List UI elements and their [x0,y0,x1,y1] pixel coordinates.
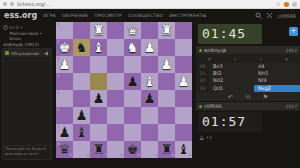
square-e4[interactable] [107,73,124,90]
square-f4[interactable] [90,73,107,90]
draw-offer-icon[interactable]: ½ [245,92,251,101]
square-e6[interactable] [107,107,124,124]
square-b4[interactable] [158,73,175,90]
file-label: a [189,153,191,157]
square-f3[interactable] [90,56,107,73]
game-meta: 5+3 • Рейтинговая • Блиц [3,25,52,42]
square-b2[interactable] [158,39,175,56]
square-b6[interactable] [158,107,175,124]
square-c7[interactable] [141,124,158,141]
square-e3[interactable] [107,56,124,73]
piece-black-pawn[interactable]: ♟ [124,73,141,90]
piece-white-rook[interactable]: ♜ [90,22,107,39]
move-white[interactable]: Nd2 [209,77,254,84]
square-b7[interactable] [158,124,175,141]
file-label: d [138,153,140,157]
lichess-logo[interactable]: ess.org [4,11,37,20]
square-d7[interactable] [124,124,141,141]
file-label: f [105,153,106,157]
square-c2[interactable]: ♟ [141,39,158,56]
square-h4[interactable]: 4 [56,73,73,90]
square-e8[interactable]: e [107,141,124,158]
rank-label: 6 [57,108,59,112]
square-f8[interactable]: ♜f [90,141,107,158]
square-g3[interactable] [73,56,90,73]
file-label: g [87,153,89,157]
takeback-icon[interactable]: ↶ [228,92,233,101]
square-d5[interactable] [124,90,141,107]
move-list: 20Be3d421Bf2Nh522Nd2Nf423Qd1Nxg2 [196,63,300,92]
white-clock: 01:45 [198,24,262,44]
file-label: e [121,153,123,157]
square-b8[interactable]: ♜b [158,141,175,158]
square-b3[interactable]: ♟ [158,56,175,73]
piece-white-pawn[interactable]: ♟ [158,56,175,73]
square-h7[interactable]: ♟7 [56,124,73,141]
piece-white-rook[interactable]: ♜ [158,22,175,39]
square-c1[interactable] [141,22,158,39]
piece-white-pawn[interactable]: ♟ [141,39,158,56]
move-black[interactable]: Nf4 [254,77,300,84]
square-a4[interactable]: ♟ [175,73,192,90]
piece-white-bishop[interactable]: ♝ [90,39,107,56]
piece-white-pawn[interactable]: ♟ [175,73,192,90]
move-white[interactable]: Qd1 [209,85,254,92]
chat-toggle[interactable] [5,51,9,55]
rank-label: 4 [57,74,59,78]
square-b5[interactable] [158,90,175,107]
white-player-row: andreyqk 1912 [196,46,300,55]
black-player-rating: 2017 [286,104,297,109]
search-icon[interactable] [255,12,262,19]
square-h5[interactable]: 5 [56,90,73,107]
square-e1[interactable] [107,22,124,39]
move-number: 23 [196,85,209,92]
material-value: +1 [205,135,212,140]
square-h2[interactable]: ♚2 [56,39,73,56]
move-black[interactable]: Nxg2 [254,85,300,92]
move-black[interactable]: d4 [254,63,300,70]
square-d1[interactable]: ♛ [124,22,141,39]
piece-black-pawn[interactable]: ♟ [73,107,90,124]
material-advantage: ♙ +1 [199,134,212,141]
square-d4[interactable]: ♟ [124,73,141,90]
square-e2[interactable] [107,39,124,56]
square-c5[interactable]: ♟ [141,90,158,107]
square-d6[interactable] [124,107,141,124]
give-time-button[interactable]: + [289,27,298,36]
move-number: 20 [196,63,209,70]
move-nav-bar: « ‹ › » [196,55,300,63]
chat-box: Обсуждение Пожалуйста, будьте вежливы в … [2,48,52,160]
square-a8[interactable]: ♝a [175,141,192,158]
challenge-icon[interactable] [266,12,273,19]
first-move-button[interactable]: « [207,55,211,63]
nav-item-learn[interactable]: ОБУЧЕНИЕ [62,13,89,18]
file-label: c [155,153,157,157]
square-e7[interactable] [107,124,124,141]
browser-menu-icon[interactable] [292,2,297,7]
white-player-rating: 1912 [286,48,297,53]
last-move-button[interactable]: » [285,55,289,63]
square-g8[interactable]: g [73,141,90,158]
square-h3[interactable]: ♟3 [56,56,73,73]
captured-pawn-icon: ♙ [199,134,204,141]
rank-label: 7 [57,125,59,129]
square-c8[interactable]: c [141,141,158,158]
square-a1[interactable] [175,22,192,39]
piece-black-knight[interactable]: ♞ [73,39,90,56]
move-number: 21 [196,70,209,77]
square-g7[interactable]: ♝ [73,124,90,141]
chat-tab-label[interactable]: Обсуждение [11,51,42,56]
square-f6[interactable] [90,107,107,124]
resign-flag-icon[interactable]: ⚑ [263,92,268,101]
square-a3[interactable] [175,56,192,73]
move-white[interactable]: Bf2 [209,70,254,77]
prev-move-button[interactable]: ‹ [234,55,236,63]
file-label: b [172,153,174,157]
square-a7[interactable] [175,124,192,141]
file-label: h [70,153,72,157]
chess-board: 1♜♛♜♚2♞♝♞♟♟3♟4♟♝♟5♟♟6♟♟7♝♛8hg♜fe♚dc♜b♝a [56,22,192,158]
square-d8[interactable]: ♚d [124,141,141,158]
rank-label: 1 [57,23,59,27]
logged-in-username[interactable]: cliff666 [277,13,296,19]
square-g2[interactable]: ♞ [73,39,90,56]
site-nav: ess.org ИГРА ОБУЧЕНИЕ ПРОСМОТР СООБЩЕСТВ… [0,9,300,22]
square-f5[interactable]: ♟ [90,90,107,107]
piece-black-pawn[interactable]: ♟ [90,90,107,107]
piece-white-bishop[interactable]: ♝ [141,73,158,90]
square-h8[interactable]: ♛8h [56,141,73,158]
game-side-panel: 5+3 • Рейтинговая • Блиц andreyqk (1912)… [0,22,54,168]
move-white[interactable]: Be3 [209,63,254,70]
black-player-row: cliff666 2017 [196,102,300,111]
next-move-button[interactable]: › [259,55,261,63]
square-g4[interactable] [73,73,90,90]
square-g1[interactable] [73,22,90,39]
chat-etiquette-note: Пожалуйста, будьте вежливы в чате! [3,145,51,157]
piece-white-knight[interactable]: ♞ [124,39,141,56]
square-g5[interactable] [73,90,90,107]
back-button[interactable] [3,2,7,6]
browser-bar: lichess.org/… ☆ [0,0,300,9]
piece-white-queen[interactable]: ♛ [124,22,141,39]
url-bar[interactable]: lichess.org/… [17,1,273,7]
nav-item-watch[interactable]: ПРОСМОТР [94,13,121,18]
square-a2[interactable] [175,39,192,56]
rank-label: 3 [57,57,59,61]
bookmark-star-icon[interactable]: ☆ [276,1,281,7]
square-f1[interactable]: ♜ [90,22,107,39]
rank-label: 2 [57,40,59,44]
square-h6[interactable]: 6 [56,107,73,124]
square-g6[interactable]: ♟ [73,107,90,124]
piece-black-pawn[interactable]: ♟ [141,90,158,107]
white-player-name[interactable]: andreyqk [204,48,284,53]
square-a6[interactable] [175,107,192,124]
black-clock: 01:57 [198,112,262,132]
nav-item-tools[interactable]: ИНСТРУМЕНТЫ [169,13,206,18]
move-black[interactable]: Nh5 [254,70,300,77]
online-indicator [199,105,202,108]
square-a5[interactable] [175,90,192,107]
square-f2[interactable]: ♝ [90,39,107,56]
square-c6[interactable] [141,107,158,124]
chat-sound-icon[interactable] [44,51,49,56]
move-number: 22 [196,77,209,84]
nav-item-play[interactable]: ИГРА [43,13,56,18]
reload-button[interactable] [10,2,14,6]
game-meta-text: 5+3 • Рейтинговая • Блиц [10,25,53,42]
square-h1[interactable]: 1 [56,22,73,39]
black-player-name[interactable]: cliff666 [204,104,284,109]
nav-item-community[interactable]: СООБЩЕСТВО [128,13,164,18]
square-d3[interactable] [124,56,141,73]
square-f7[interactable] [90,124,107,141]
online-indicator [199,49,202,52]
game-action-bar: ↶ ½ ⚑ [196,92,300,101]
square-c3[interactable] [141,56,158,73]
square-c4[interactable]: ♝ [141,73,158,90]
square-e5[interactable] [107,90,124,107]
game-controls-panel: 01:45 + andreyqk 1912 « ‹ › » 20Be3d421B… [196,22,300,168]
browser-profile-avatar[interactable] [284,2,289,7]
chat-messages[interactable] [3,57,51,145]
rank-label: 8 [57,142,59,146]
square-b1[interactable]: ♜ [158,22,175,39]
rank-label: 5 [57,91,59,95]
square-d2[interactable]: ♞ [124,39,141,56]
piece-black-bishop[interactable]: ♝ [73,124,90,141]
clock-icon [3,25,8,30]
